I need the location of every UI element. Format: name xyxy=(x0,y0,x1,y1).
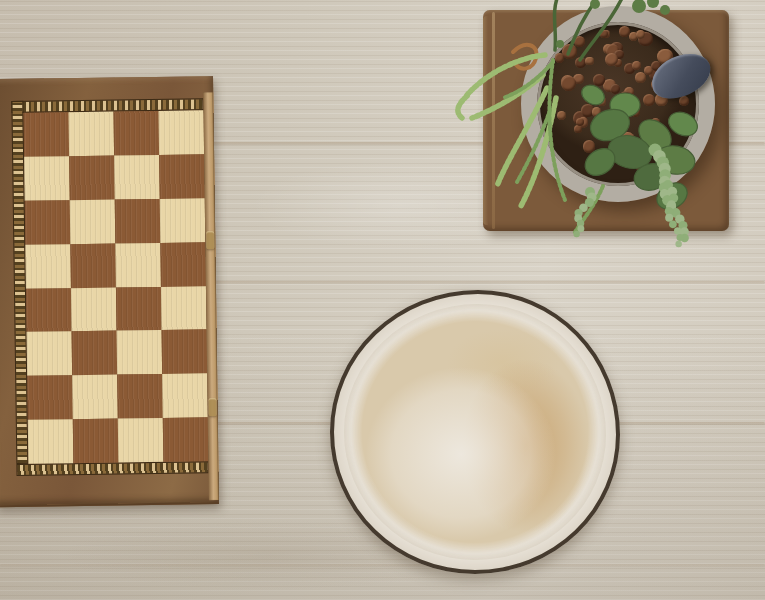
succulent-bead xyxy=(669,221,677,229)
board-square xyxy=(27,375,73,419)
broad-leaves xyxy=(578,81,701,214)
board-square xyxy=(159,154,205,198)
succulent-bead xyxy=(675,241,682,248)
board-square xyxy=(69,155,115,199)
board-square xyxy=(158,110,204,154)
board-square xyxy=(70,199,116,243)
succulent-bead xyxy=(573,231,580,238)
board-square xyxy=(26,288,72,332)
succulent-bead xyxy=(674,227,681,234)
board-square xyxy=(162,330,208,374)
board-squares-grid xyxy=(23,110,208,463)
plank-seam xyxy=(0,564,765,567)
board-square xyxy=(23,112,69,156)
top-stems xyxy=(554,0,623,60)
board-square xyxy=(163,417,209,461)
board-square xyxy=(115,243,161,287)
board-square xyxy=(114,155,160,199)
board-square xyxy=(118,418,164,462)
board-square xyxy=(160,198,206,242)
board-square xyxy=(115,199,161,243)
board-square xyxy=(161,286,207,330)
chess-board xyxy=(0,76,219,507)
board-square xyxy=(162,374,208,418)
board-square xyxy=(27,332,73,376)
succulent-plants xyxy=(425,0,765,252)
succulent-bead xyxy=(665,214,673,222)
succulent-bead xyxy=(577,225,584,232)
board-square xyxy=(160,242,206,286)
board-square xyxy=(116,286,162,330)
succulent-bead xyxy=(677,234,684,241)
ceramic-plate xyxy=(330,290,620,574)
board-square xyxy=(28,419,74,463)
board-square xyxy=(72,331,118,375)
board-square xyxy=(113,111,159,155)
board-square xyxy=(117,330,163,374)
brass-hinge xyxy=(206,231,214,249)
board-square xyxy=(71,287,117,331)
board-square xyxy=(68,112,114,156)
brass-hinge xyxy=(208,398,216,416)
board-square xyxy=(73,419,119,463)
board-square xyxy=(72,375,118,419)
tabletop-scene xyxy=(0,0,765,600)
board-square xyxy=(25,200,71,244)
board-square xyxy=(25,244,71,288)
board-square xyxy=(117,374,163,418)
board-square xyxy=(24,156,70,200)
board-square xyxy=(70,243,116,287)
